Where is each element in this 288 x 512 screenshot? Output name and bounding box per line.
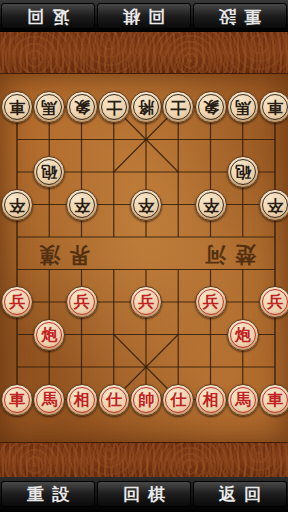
piece-red-soldier[interactable]: 兵 <box>1 286 33 318</box>
back-label: 返回 <box>211 483 269 506</box>
opponent-reset-button[interactable]: 重設 <box>193 3 287 29</box>
piece-red-soldier[interactable]: 兵 <box>195 286 227 318</box>
piece-glyph: 馬 <box>41 99 57 115</box>
piece-glyph: 兵 <box>203 294 219 310</box>
piece-glyph: 帥 <box>138 392 154 408</box>
piece-black-chariot[interactable]: 車 <box>1 91 33 123</box>
piece-glyph: 兵 <box>9 294 25 310</box>
reset-label: 重設 <box>19 483 77 506</box>
piece-red-advisor[interactable]: 仕 <box>162 384 194 416</box>
piece-glyph: 車 <box>267 99 283 115</box>
piece-glyph: 卒 <box>138 197 154 213</box>
piece-red-elephant[interactable]: 相 <box>66 384 98 416</box>
piece-black-soldier[interactable]: 卒 <box>66 189 98 221</box>
piece-glyph: 兵 <box>138 294 154 310</box>
piece-black-cannon[interactable]: 砲 <box>227 156 259 188</box>
piece-glyph: 車 <box>267 392 283 408</box>
piece-glyph: 砲 <box>41 164 57 180</box>
piece-glyph: 車 <box>9 392 25 408</box>
piece-glyph: 砲 <box>235 164 251 180</box>
piece-red-horse[interactable]: 馬 <box>227 384 259 416</box>
piece-glyph: 象 <box>203 99 219 115</box>
piece-glyph: 卒 <box>203 197 219 213</box>
piece-black-soldier[interactable]: 卒 <box>259 189 288 221</box>
piece-glyph: 卒 <box>74 197 90 213</box>
piece-glyph: 炮 <box>41 327 57 343</box>
carved-dragon-band-top <box>0 32 288 74</box>
carved-dragon-band-bottom <box>0 442 288 477</box>
piece-black-horse[interactable]: 馬 <box>33 91 65 123</box>
piece-glyph: 象 <box>74 99 90 115</box>
piece-glyph: 相 <box>203 392 219 408</box>
piece-black-advisor[interactable]: 士 <box>98 91 130 123</box>
piece-glyph: 兵 <box>74 294 90 310</box>
back-button[interactable]: 返回 <box>193 481 287 507</box>
piece-glyph: 馬 <box>235 99 251 115</box>
opponent-reset-label: 重設 <box>211 5 269 28</box>
piece-glyph: 炮 <box>235 327 251 343</box>
piece-red-cannon[interactable]: 炮 <box>227 319 259 351</box>
piece-black-elephant[interactable]: 象 <box>195 91 227 123</box>
piece-black-soldier[interactable]: 卒 <box>1 189 33 221</box>
undo-button[interactable]: 回棋 <box>97 481 191 507</box>
opponent-undo-button[interactable]: 回棋 <box>97 3 191 29</box>
piece-glyph: 相 <box>74 392 90 408</box>
piece-red-elephant[interactable]: 相 <box>195 384 227 416</box>
piece-black-advisor[interactable]: 士 <box>162 91 194 123</box>
undo-label: 回棋 <box>115 483 173 506</box>
piece-black-soldier[interactable]: 卒 <box>195 189 227 221</box>
piece-glyph: 馬 <box>41 392 57 408</box>
piece-black-elephant[interactable]: 象 <box>66 91 98 123</box>
piece-red-chariot[interactable]: 車 <box>1 384 33 416</box>
piece-black-soldier[interactable]: 卒 <box>130 189 162 221</box>
piece-glyph: 兵 <box>267 294 283 310</box>
piece-red-soldier[interactable]: 兵 <box>259 286 288 318</box>
piece-glyph: 將 <box>138 99 154 115</box>
piece-black-cannon[interactable]: 砲 <box>33 156 65 188</box>
piece-black-chariot[interactable]: 車 <box>259 91 288 123</box>
piece-glyph: 士 <box>106 99 122 115</box>
player-button-bar: 重設 回棋 返回 <box>0 477 288 512</box>
piece-red-soldier[interactable]: 兵 <box>130 286 162 318</box>
piece-black-horse[interactable]: 馬 <box>227 91 259 123</box>
xiangqi-board[interactable]: 車馬象士將士象馬車砲砲卒卒卒卒卒兵兵兵兵兵炮炮車馬相仕帥仕相馬車 <box>1 91 288 416</box>
opponent-back-label: 返回 <box>19 5 77 28</box>
piece-glyph: 士 <box>170 99 186 115</box>
piece-glyph: 車 <box>9 99 25 115</box>
piece-red-advisor[interactable]: 仕 <box>98 384 130 416</box>
piece-glyph: 卒 <box>267 197 283 213</box>
reset-button[interactable]: 重設 <box>1 481 95 507</box>
piece-red-general[interactable]: 帥 <box>130 384 162 416</box>
opponent-button-bar: 返回 回棋 重設 <box>0 0 288 32</box>
opponent-back-button[interactable]: 返回 <box>1 3 95 29</box>
piece-glyph: 仕 <box>106 392 122 408</box>
piece-red-soldier[interactable]: 兵 <box>66 286 98 318</box>
piece-red-horse[interactable]: 馬 <box>33 384 65 416</box>
piece-glyph: 馬 <box>235 392 251 408</box>
piece-red-chariot[interactable]: 車 <box>259 384 288 416</box>
piece-glyph: 卒 <box>9 197 25 213</box>
piece-glyph: 仕 <box>170 392 186 408</box>
piece-red-cannon[interactable]: 炮 <box>33 319 65 351</box>
opponent-undo-label: 回棋 <box>115 5 173 28</box>
piece-black-general[interactable]: 將 <box>130 91 162 123</box>
